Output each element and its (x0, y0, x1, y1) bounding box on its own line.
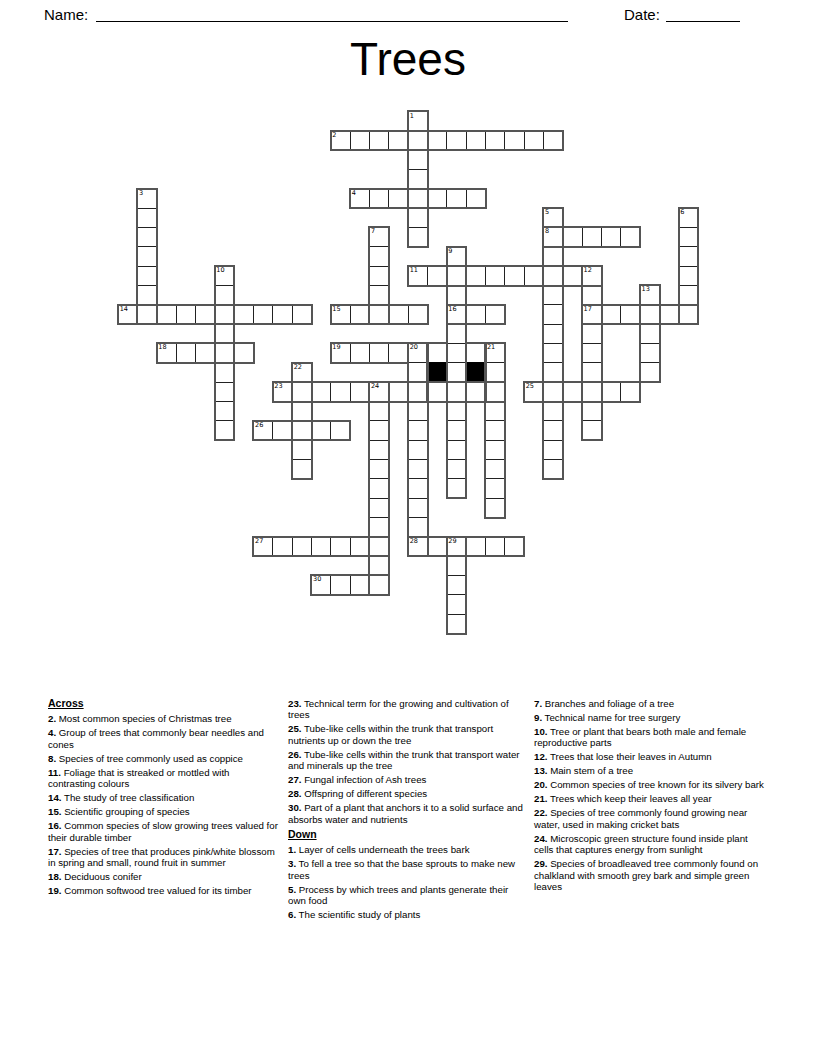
grid-cell[interactable] (582, 304, 602, 324)
grid-cell[interactable] (330, 382, 350, 402)
grid-cell[interactable] (640, 324, 660, 344)
grid-cell[interactable] (369, 188, 389, 208)
grid-cell[interactable] (446, 440, 466, 460)
grid-cell[interactable] (446, 130, 466, 150)
grid-cell[interactable] (504, 266, 524, 286)
grid-cell[interactable] (408, 169, 428, 189)
grid-cell[interactable] (543, 266, 563, 286)
grid-cell[interactable] (678, 246, 698, 266)
grid-cell[interactable] (601, 382, 621, 402)
grid-cell[interactable] (311, 536, 331, 556)
grid-cell[interactable] (330, 575, 350, 595)
grid-cell[interactable] (678, 266, 698, 286)
grid-cell[interactable] (369, 246, 389, 266)
grid-cell[interactable] (330, 130, 350, 150)
grid-cell[interactable] (330, 343, 350, 363)
grid-cell[interactable] (485, 536, 505, 556)
grid-cell[interactable] (678, 304, 698, 324)
grid-cell[interactable] (369, 420, 389, 440)
clue-4: 4. Group of trees that commonly bear nee… (48, 727, 278, 750)
clue-21: 21. Trees which keep their leaves all ye… (534, 793, 768, 804)
grid-cell[interactable] (446, 420, 466, 440)
clue-6: 6. The scientific study of plants (288, 909, 526, 920)
grid-cell[interactable] (369, 536, 389, 556)
clue-12: 12. Trees that lose their leaves in Autu… (534, 751, 768, 762)
grid-cell[interactable] (485, 459, 505, 479)
grid-cell[interactable] (408, 382, 428, 402)
grid-cell[interactable] (388, 343, 408, 363)
grid-cell[interactable] (408, 208, 428, 228)
grid-cell[interactable] (388, 188, 408, 208)
grid-cell[interactable] (292, 382, 312, 402)
clue-13: 13. Main stem of a tree (534, 765, 768, 776)
clue-25: 25. Tube-like cells within the trunk tha… (288, 723, 526, 746)
grid-cell[interactable] (504, 536, 524, 556)
across-header: Across (48, 698, 278, 709)
clue-column-2: 23. Technical term for the growing and c… (288, 698, 526, 923)
clue-column-3: 7. Branches and foliage of a tree9. Tech… (534, 698, 768, 895)
grid-cell[interactable] (466, 304, 486, 324)
grid-cell[interactable] (408, 188, 428, 208)
black-cell (466, 362, 486, 382)
grid-cell[interactable] (543, 420, 563, 440)
grid-cell[interactable] (485, 382, 505, 402)
clue-9: 9. Technical name for tree surgery (534, 712, 768, 723)
grid-cell[interactable] (446, 304, 466, 324)
grid-cell[interactable] (543, 440, 563, 460)
grid-cell[interactable] (408, 459, 428, 479)
clue-23: 23. Technical term for the growing and c… (288, 698, 526, 721)
clue-10: 10. Tree or plant that bears both male a… (534, 726, 768, 749)
grid-cell[interactable] (272, 420, 292, 440)
clue-7: 7. Branches and foliage of a tree (534, 698, 768, 709)
grid-cell[interactable] (543, 130, 563, 150)
grid-cell[interactable] (485, 401, 505, 421)
grid-cell[interactable] (543, 208, 563, 228)
grid-cell[interactable] (582, 343, 602, 363)
grid-cell[interactable] (369, 304, 389, 324)
grid-cell[interactable] (582, 362, 602, 382)
grid-cell[interactable] (311, 575, 331, 595)
grid-cell[interactable] (369, 227, 389, 247)
grid-cell[interactable] (350, 304, 370, 324)
grid-cell[interactable] (350, 575, 370, 595)
grid-cell[interactable] (446, 382, 466, 402)
grid-cell[interactable] (466, 130, 486, 150)
grid-cell[interactable] (156, 343, 176, 363)
grid-cell[interactable] (427, 130, 447, 150)
grid-cell[interactable] (137, 246, 157, 266)
grid-cell[interactable] (292, 440, 312, 460)
grid-cell[interactable] (485, 498, 505, 518)
grid-cell[interactable] (562, 382, 582, 402)
grid-cell[interactable] (408, 343, 428, 363)
grid-cell[interactable] (137, 266, 157, 286)
grid-cell[interactable] (485, 440, 505, 460)
grid-cell[interactable] (466, 188, 486, 208)
grid-cell[interactable] (446, 266, 466, 286)
clue-27: 27. Fungal infection of Ash trees (288, 774, 526, 785)
grid-cell[interactable] (408, 478, 428, 498)
grid-cell[interactable] (446, 324, 466, 344)
grid-cell[interactable] (369, 266, 389, 286)
grid-cell[interactable] (466, 266, 486, 286)
grid-cell[interactable] (234, 304, 254, 324)
grid-cell[interactable] (292, 536, 312, 556)
grid-cell[interactable] (485, 478, 505, 498)
grid-cell[interactable] (562, 227, 582, 247)
black-cell (427, 362, 447, 382)
grid-cell[interactable] (176, 304, 196, 324)
grid-cell[interactable] (524, 382, 544, 402)
grid-cell[interactable] (408, 362, 428, 382)
grid-cell[interactable] (408, 536, 428, 556)
grid-cell[interactable] (562, 266, 582, 286)
grid-cell[interactable] (214, 420, 234, 440)
grid-cell[interactable] (466, 382, 486, 402)
grid-cell[interactable] (620, 304, 640, 324)
down-header: Down (288, 829, 526, 840)
grid-cell[interactable] (543, 285, 563, 305)
grid-cell[interactable] (640, 362, 660, 382)
grid-cell[interactable] (388, 304, 408, 324)
grid-cell[interactable] (272, 536, 292, 556)
clue-28: 28. Offspring of different species (288, 788, 526, 799)
grid-cell[interactable] (427, 343, 447, 363)
grid-cell[interactable] (446, 188, 466, 208)
grid-cell[interactable] (369, 498, 389, 518)
grid-cell[interactable] (485, 362, 505, 382)
grid-cell[interactable] (330, 420, 350, 440)
clue-1: 1. Layer of cells underneath the trees b… (288, 844, 526, 855)
grid-cell[interactable] (446, 343, 466, 363)
grid-cell[interactable] (408, 227, 428, 247)
grid-cell[interactable] (427, 188, 447, 208)
grid-cell[interactable] (195, 304, 215, 324)
grid-cell[interactable] (292, 362, 312, 382)
grid-cell[interactable] (292, 304, 312, 324)
grid-cell[interactable] (678, 227, 698, 247)
grid-cell[interactable] (601, 304, 621, 324)
grid-cell[interactable] (543, 362, 563, 382)
grid-cell[interactable] (446, 401, 466, 421)
grid-cell[interactable] (350, 130, 370, 150)
grid-cell[interactable] (272, 304, 292, 324)
clue-24: 24. Microscopic green structure found in… (534, 833, 768, 856)
grid-cell[interactable] (543, 227, 563, 247)
grid-cell[interactable] (388, 130, 408, 150)
grid-cell[interactable] (214, 304, 234, 324)
grid-cell[interactable] (582, 324, 602, 344)
clue-19: 19. Common softwood tree valued for its … (48, 885, 278, 896)
grid-cell[interactable] (292, 401, 312, 421)
grid-cell[interactable] (253, 304, 273, 324)
grid-cell[interactable] (543, 401, 563, 421)
grid-cell[interactable] (214, 343, 234, 363)
grid-cell[interactable] (137, 227, 157, 247)
grid-cell[interactable] (408, 150, 428, 170)
grid-cell[interactable] (446, 246, 466, 266)
clue-18: 18. Deciduous conifer (48, 871, 278, 882)
grid-cell[interactable] (214, 266, 234, 286)
grid-cell[interactable] (272, 382, 292, 402)
clue-14: 14. The study of tree classification (48, 792, 278, 803)
grid-cell[interactable] (214, 285, 234, 305)
grid-cell[interactable] (466, 343, 486, 363)
grid-cell[interactable] (330, 304, 350, 324)
grid-cell[interactable] (446, 285, 466, 305)
grid-cell[interactable] (427, 536, 447, 556)
grid-cell[interactable] (408, 304, 428, 324)
grid-cell[interactable] (369, 478, 389, 498)
clue-8: 8. Species of tree commonly used as copp… (48, 753, 278, 764)
grid-cell[interactable] (369, 285, 389, 305)
grid-cell[interactable] (543, 459, 563, 479)
grid-cell[interactable] (601, 227, 621, 247)
grid-cell[interactable] (369, 459, 389, 479)
grid-cell[interactable] (485, 343, 505, 363)
grid-cell[interactable] (485, 130, 505, 150)
grid-cell[interactable] (408, 498, 428, 518)
grid-cell[interactable] (640, 304, 660, 324)
grid-cell[interactable] (543, 246, 563, 266)
grid-cell[interactable] (446, 536, 466, 556)
grid-cell[interactable] (582, 382, 602, 402)
grid-cell[interactable] (543, 324, 563, 344)
grid-cell[interactable] (543, 382, 563, 402)
grid-cell[interactable] (292, 420, 312, 440)
clue-29: 29. Species of broadleaved tree commonly… (534, 858, 768, 892)
grid-cell[interactable] (330, 536, 350, 556)
grid-cell[interactable] (408, 111, 428, 131)
clue-5: 5. Process by which trees and plants gen… (288, 884, 526, 907)
grid-cell[interactable] (427, 266, 447, 286)
grid-cell[interactable] (446, 478, 466, 498)
grid-cell[interactable] (214, 401, 234, 421)
grid-cell[interactable] (311, 382, 331, 402)
grid-cell[interactable] (446, 575, 466, 595)
clue-3: 3. To fell a tree so that the base sprou… (288, 858, 526, 881)
grid-cell[interactable] (369, 382, 389, 402)
grid-cell[interactable] (446, 614, 466, 634)
clue-26: 26. Tube-like cells within the trunk tha… (288, 749, 526, 772)
crossword-grid: 2481114151617181923252627283013567910121… (0, 0, 816, 700)
grid-cell[interactable] (388, 382, 408, 402)
grid-cell[interactable] (678, 285, 698, 305)
grid-cell[interactable] (446, 594, 466, 614)
grid-cell[interactable] (369, 517, 389, 537)
grid-cell[interactable] (640, 285, 660, 305)
grid-cell[interactable] (176, 343, 196, 363)
clue-column-1: Across2. Most common species of Christma… (48, 698, 278, 899)
grid-cell[interactable] (408, 130, 428, 150)
clue-15: 15. Scientific grouping of species (48, 806, 278, 817)
grid-cell[interactable] (350, 382, 370, 402)
grid-cell[interactable] (253, 536, 273, 556)
grid-cell[interactable] (620, 382, 640, 402)
grid-cell[interactable] (446, 362, 466, 382)
grid-cell[interactable] (446, 459, 466, 479)
clue-11: 11. Foliage that is streaked or mottled … (48, 767, 278, 790)
grid-cell[interactable] (640, 343, 660, 363)
grid-cell[interactable] (214, 382, 234, 402)
grid-cell[interactable] (253, 420, 273, 440)
clue-30: 30. Part of a plant that anchors it to a… (288, 802, 526, 825)
grid-cell[interactable] (292, 459, 312, 479)
grid-cell[interactable] (350, 188, 370, 208)
grid-cell[interactable] (446, 556, 466, 576)
grid-cell[interactable] (408, 401, 428, 421)
grid-cell[interactable] (369, 575, 389, 595)
grid-cell[interactable] (118, 304, 138, 324)
grid-cell[interactable] (137, 304, 157, 324)
grid-cell[interactable] (582, 285, 602, 305)
grid-cell[interactable] (408, 517, 428, 537)
grid-cell[interactable] (369, 440, 389, 460)
grid-cell[interactable] (311, 420, 331, 440)
grid-cell[interactable] (369, 130, 389, 150)
grid-cell[interactable] (543, 343, 563, 363)
grid-cell[interactable] (524, 130, 544, 150)
grid-cell[interactable] (582, 401, 602, 421)
grid-cell[interactable] (582, 420, 602, 440)
grid-cell[interactable] (408, 420, 428, 440)
clue-17: 17. Species of tree that produces pink/w… (48, 846, 278, 869)
grid-cell[interactable] (214, 362, 234, 382)
clue-2: 2. Most common species of Christmas tree (48, 713, 278, 724)
grid-cell[interactable] (156, 304, 176, 324)
grid-cell[interactable] (195, 343, 215, 363)
grid-cell[interactable] (369, 343, 389, 363)
grid-cell[interactable] (137, 188, 157, 208)
grid-cell[interactable] (582, 266, 602, 286)
grid-cell[interactable] (408, 440, 428, 460)
grid-cell[interactable] (137, 208, 157, 228)
grid-cell[interactable] (485, 266, 505, 286)
grid-cell[interactable] (369, 556, 389, 576)
grid-cell[interactable] (408, 266, 428, 286)
grid-cell[interactable] (504, 130, 524, 150)
clue-20: 20. Common species of tree known for its… (534, 779, 768, 790)
grid-cell[interactable] (485, 420, 505, 440)
grid-cell[interactable] (350, 536, 370, 556)
grid-cell[interactable] (369, 401, 389, 421)
clue-16: 16. Common species of slow growing trees… (48, 820, 278, 843)
grid-cell[interactable] (350, 343, 370, 363)
grid-cell[interactable] (620, 227, 640, 247)
grid-cell[interactable] (234, 343, 254, 363)
clue-22: 22. Species of tree commonly found growi… (534, 807, 768, 830)
grid-cell[interactable] (659, 304, 679, 324)
grid-cell[interactable] (582, 227, 602, 247)
grid-cell[interactable] (137, 285, 157, 305)
grid-cell[interactable] (485, 304, 505, 324)
grid-cell[interactable] (678, 208, 698, 228)
grid-cell[interactable] (427, 382, 447, 402)
grid-cell[interactable] (543, 304, 563, 324)
grid-cell[interactable] (466, 536, 486, 556)
grid-cell[interactable] (524, 266, 544, 286)
grid-cell[interactable] (214, 324, 234, 344)
